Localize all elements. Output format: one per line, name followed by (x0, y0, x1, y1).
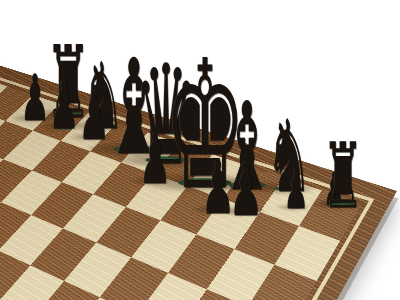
chess-set-photo: ♜♟♞♟♟♝♛♟♚♝♞♟♜♟♟♟ (0, 0, 400, 300)
board-frame (0, 61, 397, 300)
playing-area (0, 78, 362, 300)
